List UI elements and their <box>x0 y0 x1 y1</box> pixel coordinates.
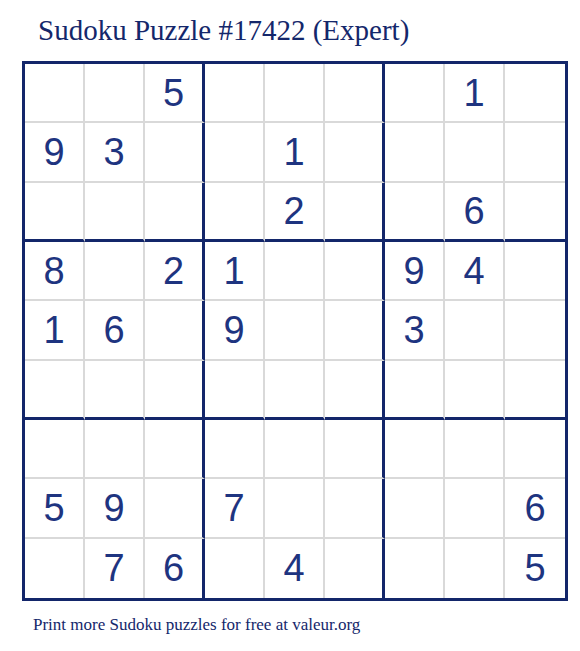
cell-r8c1[interactable]: 5 <box>25 479 85 538</box>
cell-r8c4[interactable]: 7 <box>205 479 265 538</box>
cell-r9c1[interactable] <box>25 539 85 598</box>
cell-r7c6[interactable] <box>325 420 385 479</box>
cell-r6c3[interactable] <box>145 361 205 420</box>
cell-r4c1[interactable]: 8 <box>25 242 85 301</box>
cell-r4c8[interactable]: 4 <box>445 242 505 301</box>
cell-r3c1[interactable] <box>25 183 85 242</box>
cell-r2c4[interactable] <box>205 123 265 182</box>
cell-r9c3[interactable]: 6 <box>145 539 205 598</box>
cell-r3c3[interactable] <box>145 183 205 242</box>
cell-r2c1[interactable]: 9 <box>25 123 85 182</box>
cell-r2c5[interactable]: 1 <box>265 123 325 182</box>
cell-r9c7[interactable] <box>385 539 445 598</box>
cell-r1c5[interactable] <box>265 64 325 123</box>
cell-r3c4[interactable] <box>205 183 265 242</box>
cell-r7c8[interactable] <box>445 420 505 479</box>
cell-r7c2[interactable] <box>85 420 145 479</box>
cell-r3c9[interactable] <box>505 183 565 242</box>
cell-r1c8[interactable]: 1 <box>445 64 505 123</box>
cell-r4c4[interactable]: 1 <box>205 242 265 301</box>
cell-r1c7[interactable] <box>385 64 445 123</box>
cell-r4c3[interactable]: 2 <box>145 242 205 301</box>
cell-r4c7[interactable]: 9 <box>385 242 445 301</box>
cell-r5c3[interactable] <box>145 301 205 360</box>
cell-r3c5[interactable]: 2 <box>265 183 325 242</box>
cell-r3c8[interactable]: 6 <box>445 183 505 242</box>
cell-r8c3[interactable] <box>145 479 205 538</box>
cell-r9c8[interactable] <box>445 539 505 598</box>
cell-r5c8[interactable] <box>445 301 505 360</box>
cell-r9c5[interactable]: 4 <box>265 539 325 598</box>
cell-r5c2[interactable]: 6 <box>85 301 145 360</box>
cell-r7c7[interactable] <box>385 420 445 479</box>
cell-r6c1[interactable] <box>25 361 85 420</box>
cell-r3c7[interactable] <box>385 183 445 242</box>
cell-r5c6[interactable] <box>325 301 385 360</box>
cell-r5c9[interactable] <box>505 301 565 360</box>
cell-r1c4[interactable] <box>205 64 265 123</box>
cell-r6c9[interactable] <box>505 361 565 420</box>
cell-r2c7[interactable] <box>385 123 445 182</box>
cell-r4c9[interactable] <box>505 242 565 301</box>
cell-r4c5[interactable] <box>265 242 325 301</box>
cell-r6c4[interactable] <box>205 361 265 420</box>
cell-r4c2[interactable] <box>85 242 145 301</box>
cell-r7c3[interactable] <box>145 420 205 479</box>
cell-r2c9[interactable] <box>505 123 565 182</box>
cell-r2c8[interactable] <box>445 123 505 182</box>
cell-r1c9[interactable] <box>505 64 565 123</box>
cell-r5c4[interactable]: 9 <box>205 301 265 360</box>
cell-r8c9[interactable]: 6 <box>505 479 565 538</box>
cell-r1c6[interactable] <box>325 64 385 123</box>
cell-r2c3[interactable] <box>145 123 205 182</box>
page-title: Sudoku Puzzle #17422 (Expert) <box>38 12 409 48</box>
cell-r1c3[interactable]: 5 <box>145 64 205 123</box>
cell-r6c7[interactable] <box>385 361 445 420</box>
cell-r8c8[interactable] <box>445 479 505 538</box>
cell-r8c7[interactable] <box>385 479 445 538</box>
cell-r7c5[interactable] <box>265 420 325 479</box>
cell-r9c9[interactable]: 5 <box>505 539 565 598</box>
cell-r8c6[interactable] <box>325 479 385 538</box>
cell-r3c6[interactable] <box>325 183 385 242</box>
cell-r6c6[interactable] <box>325 361 385 420</box>
cell-r9c2[interactable]: 7 <box>85 539 145 598</box>
cell-r2c6[interactable] <box>325 123 385 182</box>
cell-r8c5[interactable] <box>265 479 325 538</box>
sudoku-page: Sudoku Puzzle #17422 (Expert) 5193126821… <box>0 0 580 651</box>
cell-r7c1[interactable] <box>25 420 85 479</box>
cell-r7c9[interactable] <box>505 420 565 479</box>
cell-r5c1[interactable]: 1 <box>25 301 85 360</box>
cell-r5c5[interactable] <box>265 301 325 360</box>
cell-r2c2[interactable]: 3 <box>85 123 145 182</box>
cell-r4c6[interactable] <box>325 242 385 301</box>
cell-r6c5[interactable] <box>265 361 325 420</box>
cell-r7c4[interactable] <box>205 420 265 479</box>
cell-r1c1[interactable] <box>25 64 85 123</box>
cell-r8c2[interactable]: 9 <box>85 479 145 538</box>
footer-text: Print more Sudoku puzzles for free at va… <box>33 613 360 637</box>
cell-r6c8[interactable] <box>445 361 505 420</box>
cell-r6c2[interactable] <box>85 361 145 420</box>
cell-r5c7[interactable]: 3 <box>385 301 445 360</box>
sudoku-board: 519312682194169359767645 <box>22 61 568 601</box>
cell-r1c2[interactable] <box>85 64 145 123</box>
cell-r3c2[interactable] <box>85 183 145 242</box>
cell-r9c6[interactable] <box>325 539 385 598</box>
cell-r9c4[interactable] <box>205 539 265 598</box>
